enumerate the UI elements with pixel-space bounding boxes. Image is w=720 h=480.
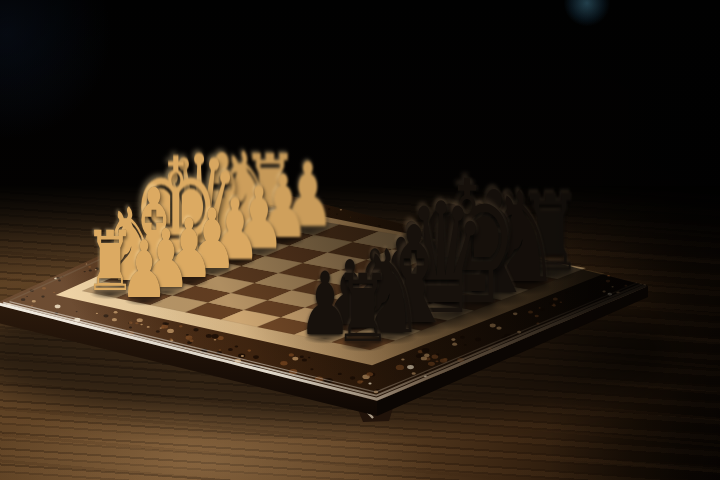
chess-board	[0, 0, 720, 480]
chess-photo-scene: ♜♞♝♚♛♝♞♜♟♟♟♟♟♟♟♟♟♟♟♟♟♟♟♟♜♞♝♛♚♝♞♜ Wooden …	[0, 0, 720, 480]
